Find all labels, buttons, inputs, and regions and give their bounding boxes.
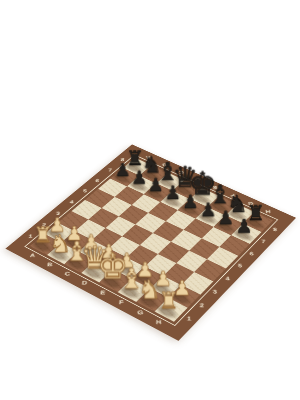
rank-label-right-4: 4 [220,271,236,287]
product-photo: ♜♞♝♛♚♝♞♜♟♟♟♟♟♟♟♟♟♟♟♟♟♟♟♟♜♞♝♛♚♝♞♜ AA88BB7… [0,0,300,400]
square-h1: ♜ [155,298,188,322]
black-pawn: ♟ [227,217,261,236]
rank-label-left-5: 5 [77,185,91,198]
rank-label-right-6: 6 [244,246,260,261]
rank-label-right-7: 7 [256,234,272,249]
rank-label-right-2: 2 [194,297,210,314]
rank-label-right-8: 8 [267,222,283,236]
board-squares: ♜♞♝♛♚♝♞♜♟♟♟♟♟♟♟♟♟♟♟♟♟♟♟♟♜♞♝♛♚♝♞♜ [30,158,273,322]
photo-scene: ♜♞♝♛♚♝♞♜♟♟♟♟♟♟♟♟♟♟♟♟♟♟♟♟♜♞♝♛♚♝♞♜ AA88BB7… [0,0,300,400]
white-rook: ♜ [150,289,187,312]
rank-label-right-5: 5 [232,258,248,274]
rank-label-right-3: 3 [207,284,223,300]
chess-board: ♜♞♝♛♚♝♞♜♟♟♟♟♟♟♟♟♟♟♟♟♟♟♟♟♜♞♝♛♚♝♞♜ AA88BB7… [5,144,296,340]
rank-label-right-1: 1 [181,310,197,327]
